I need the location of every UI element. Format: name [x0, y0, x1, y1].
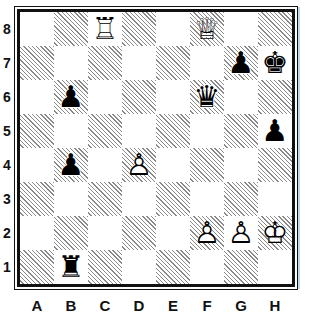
square-e7[interactable] [156, 46, 190, 80]
square-d3[interactable] [122, 182, 156, 216]
square-f1[interactable] [190, 250, 224, 284]
rank-labels: 87654321 [0, 6, 14, 290]
square-a7[interactable] [20, 46, 54, 80]
rank-label-5: 5 [0, 114, 14, 148]
piece-black-pawn: ♟ [258, 114, 292, 148]
board-frame: ♜♖♛♕♟♚♟♛♟♟♟♙♟♙♟♙♚♔♜ [14, 6, 298, 290]
square-h6[interactable] [258, 80, 292, 114]
square-g2[interactable]: ♟♙ [224, 216, 258, 250]
square-b7[interactable] [54, 46, 88, 80]
rank-label-1: 1 [0, 250, 14, 284]
board: ♜♖♛♕♟♚♟♛♟♟♟♙♟♙♟♙♚♔♜ [20, 12, 292, 284]
piece-white-king: ♚♔ [258, 216, 292, 250]
piece-black-pawn: ♟ [224, 46, 258, 80]
piece-white-rook: ♜♖ [88, 12, 122, 46]
square-e5[interactable] [156, 114, 190, 148]
square-a2[interactable] [20, 216, 54, 250]
piece-white-queen: ♛♕ [190, 12, 224, 46]
square-d7[interactable] [122, 46, 156, 80]
square-c7[interactable] [88, 46, 122, 80]
square-h5[interactable]: ♟ [258, 114, 292, 148]
square-a6[interactable] [20, 80, 54, 114]
rank-label-4: 4 [0, 148, 14, 182]
square-a4[interactable] [20, 148, 54, 182]
square-g1[interactable] [224, 250, 258, 284]
square-a5[interactable] [20, 114, 54, 148]
piece-black-pawn: ♟ [54, 80, 88, 114]
file-label-b: B [54, 290, 88, 316]
square-f2[interactable]: ♟♙ [190, 216, 224, 250]
square-b5[interactable] [54, 114, 88, 148]
file-labels: ABCDEFGH [14, 290, 298, 316]
square-h4[interactable] [258, 148, 292, 182]
board-inner-frame: ♜♖♛♕♟♚♟♛♟♟♟♙♟♙♟♙♚♔♜ [17, 9, 295, 287]
square-d6[interactable] [122, 80, 156, 114]
square-c1[interactable] [88, 250, 122, 284]
file-label-e: E [156, 290, 190, 316]
file-label-f: F [190, 290, 224, 316]
piece-white-pawn: ♟♙ [190, 216, 224, 250]
square-c6[interactable] [88, 80, 122, 114]
square-d5[interactable] [122, 114, 156, 148]
rank-label-6: 6 [0, 80, 14, 114]
square-f3[interactable] [190, 182, 224, 216]
square-e3[interactable] [156, 182, 190, 216]
square-d4[interactable]: ♟♙ [122, 148, 156, 182]
chess-diagram: 87654321 ♜♖♛♕♟♚♟♛♟♟♟♙♟♙♟♙♚♔♜ ABCDEFGH [0, 6, 298, 316]
square-e1[interactable] [156, 250, 190, 284]
square-b8[interactable] [54, 12, 88, 46]
square-d1[interactable] [122, 250, 156, 284]
square-a1[interactable] [20, 250, 54, 284]
rank-label-3: 3 [0, 182, 14, 216]
chess-diagram-page: 87654321 ♜♖♛♕♟♚♟♛♟♟♟♙♟♙♟♙♚♔♜ ABCDEFGH [0, 0, 314, 320]
file-label-a: A [20, 290, 54, 316]
square-b4[interactable]: ♟ [54, 148, 88, 182]
square-h3[interactable] [258, 182, 292, 216]
square-c3[interactable] [88, 182, 122, 216]
piece-black-pawn: ♟ [54, 148, 88, 182]
scan-artifact-line [298, 7, 300, 289]
piece-black-rook: ♜ [54, 250, 88, 284]
square-f5[interactable] [190, 114, 224, 148]
rank-label-8: 8 [0, 12, 14, 46]
file-label-g: G [224, 290, 258, 316]
square-b1[interactable]: ♜ [54, 250, 88, 284]
square-f6[interactable]: ♛ [190, 80, 224, 114]
square-c2[interactable] [88, 216, 122, 250]
square-f7[interactable] [190, 46, 224, 80]
square-a8[interactable] [20, 12, 54, 46]
piece-white-pawn: ♟♙ [224, 216, 258, 250]
square-f8[interactable]: ♛♕ [190, 12, 224, 46]
piece-black-queen: ♛ [190, 80, 224, 114]
square-b6[interactable]: ♟ [54, 80, 88, 114]
square-e4[interactable] [156, 148, 190, 182]
square-g4[interactable] [224, 148, 258, 182]
square-f4[interactable] [190, 148, 224, 182]
square-c4[interactable] [88, 148, 122, 182]
rank-label-7: 7 [0, 46, 14, 80]
square-h2[interactable]: ♚♔ [258, 216, 292, 250]
piece-black-king: ♚ [258, 46, 292, 80]
square-d8[interactable] [122, 12, 156, 46]
file-label-h: H [258, 290, 292, 316]
square-g3[interactable] [224, 182, 258, 216]
square-c5[interactable] [88, 114, 122, 148]
square-h8[interactable] [258, 12, 292, 46]
square-g8[interactable] [224, 12, 258, 46]
square-b2[interactable] [54, 216, 88, 250]
square-h1[interactable] [258, 250, 292, 284]
square-g5[interactable] [224, 114, 258, 148]
square-g6[interactable] [224, 80, 258, 114]
square-h7[interactable]: ♚ [258, 46, 292, 80]
square-a3[interactable] [20, 182, 54, 216]
file-label-c: C [88, 290, 122, 316]
square-c8[interactable]: ♜♖ [88, 12, 122, 46]
file-label-d: D [122, 290, 156, 316]
square-e6[interactable] [156, 80, 190, 114]
rank-label-2: 2 [0, 216, 14, 250]
square-e8[interactable] [156, 12, 190, 46]
square-g7[interactable]: ♟ [224, 46, 258, 80]
square-e2[interactable] [156, 216, 190, 250]
piece-white-pawn: ♟♙ [122, 148, 156, 182]
square-b3[interactable] [54, 182, 88, 216]
square-d2[interactable] [122, 216, 156, 250]
